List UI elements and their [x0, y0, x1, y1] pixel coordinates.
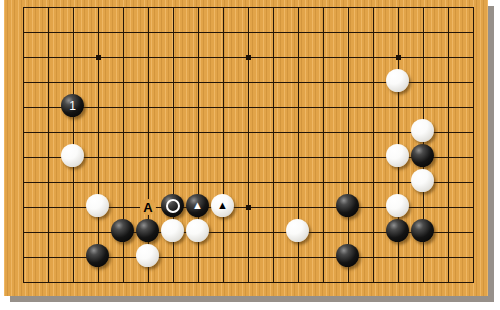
star-point — [246, 205, 251, 210]
black-stone — [411, 144, 434, 167]
white-stone — [136, 244, 159, 267]
black-stone — [111, 219, 134, 242]
grid-line-vertical — [223, 7, 224, 283]
black-stone — [411, 219, 434, 242]
white-stone — [61, 144, 84, 167]
white-stone — [411, 119, 434, 142]
black-stone: 1 — [61, 94, 84, 117]
grid-line-horizontal — [23, 7, 474, 8]
black-stone — [336, 194, 359, 217]
white-stone — [286, 219, 309, 242]
grid-line-vertical — [373, 7, 374, 283]
white-stone: ▲ — [211, 194, 234, 217]
grid-line-vertical — [23, 7, 24, 283]
white-stone — [386, 194, 409, 217]
grid-line-horizontal — [23, 282, 474, 283]
move-number-label: 1 — [69, 100, 76, 112]
black-stone — [336, 244, 359, 267]
white-stone — [386, 69, 409, 92]
grid-line-vertical — [248, 7, 249, 283]
grid-line-vertical — [98, 7, 99, 283]
white-stone — [386, 144, 409, 167]
white-stone — [186, 219, 209, 242]
grid-line-horizontal — [23, 182, 474, 183]
point-label-a: A — [140, 199, 156, 215]
black-stone — [86, 244, 109, 267]
grid-line-horizontal — [23, 107, 474, 108]
white-stone — [86, 194, 109, 217]
star-point — [396, 55, 401, 60]
triangle-mark: ▲ — [192, 200, 203, 211]
black-stone — [136, 219, 159, 242]
grid-line-vertical — [473, 7, 474, 283]
grid-line-vertical — [323, 7, 324, 283]
grid-line-horizontal — [23, 132, 474, 133]
black-stone — [161, 194, 184, 217]
triangle-mark: ▲ — [217, 200, 228, 211]
star-point — [96, 55, 101, 60]
go-diagram: 1▲▲A — [0, 0, 500, 310]
black-stone: ▲ — [186, 194, 209, 217]
white-stone — [161, 219, 184, 242]
grid-line-horizontal — [23, 32, 474, 33]
grid-line-vertical — [348, 7, 349, 283]
black-stone — [386, 219, 409, 242]
circle-mark — [166, 199, 180, 213]
grid-line-vertical — [448, 7, 449, 283]
white-stone — [411, 169, 434, 192]
star-point — [246, 55, 251, 60]
go-board: 1▲▲A — [4, 0, 488, 296]
grid-line-vertical — [48, 7, 49, 283]
grid-line-vertical — [273, 7, 274, 283]
